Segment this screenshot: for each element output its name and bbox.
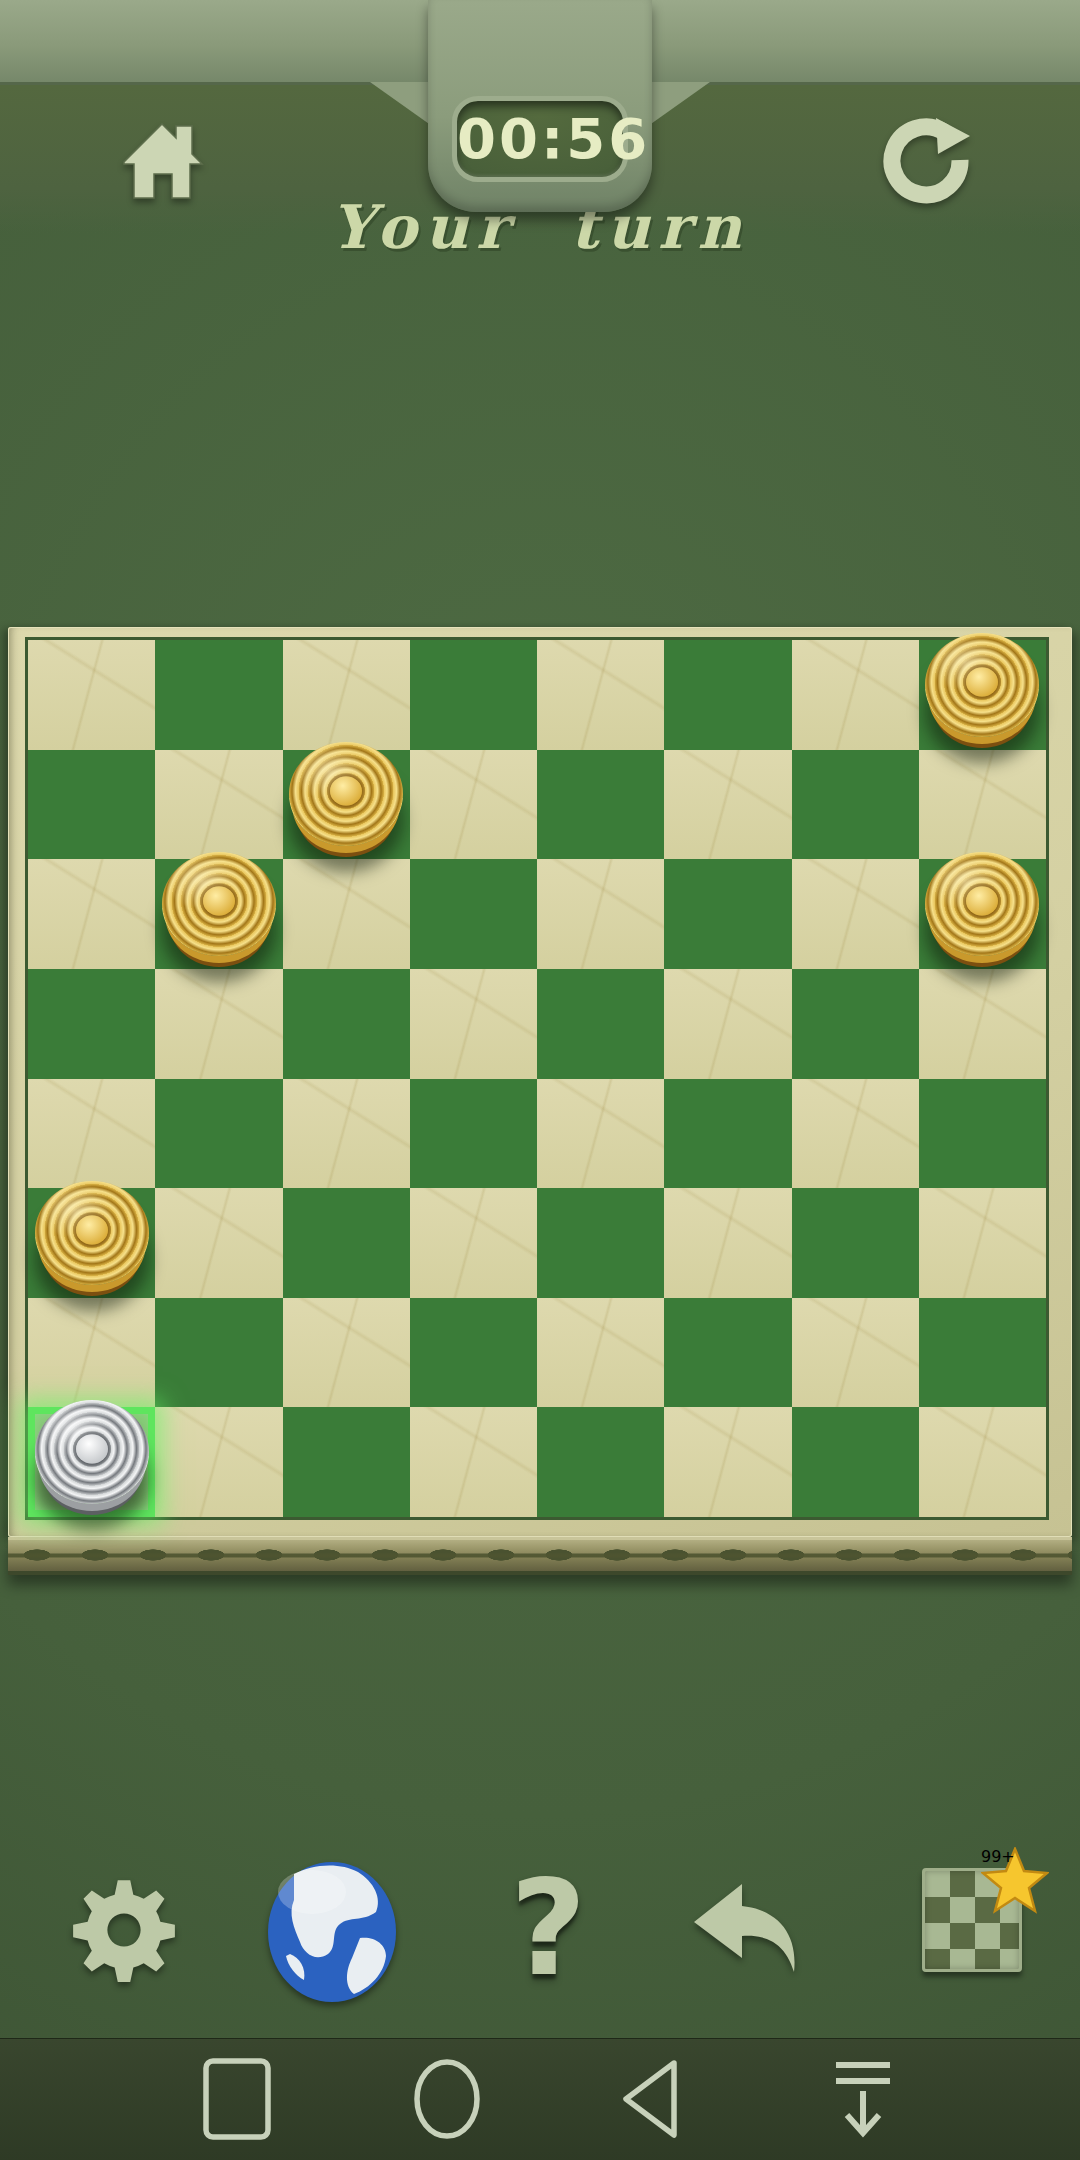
square-7-2[interactable] — [283, 1407, 410, 1517]
home-icon[interactable] — [116, 112, 212, 204]
square-6-5[interactable] — [664, 1298, 791, 1408]
square-0-2[interactable] — [283, 640, 410, 750]
square-5-0[interactable] — [28, 1188, 155, 1298]
square-6-3[interactable] — [410, 1298, 537, 1408]
square-7-6[interactable] — [792, 1407, 919, 1517]
square-2-7[interactable] — [919, 859, 1046, 969]
square-0-4[interactable] — [537, 640, 664, 750]
square-2-6[interactable] — [792, 859, 919, 969]
square-1-4[interactable] — [537, 750, 664, 860]
board-grid — [25, 637, 1049, 1520]
badge-count: 99+ — [981, 1847, 1049, 1915]
square-6-1[interactable] — [155, 1298, 282, 1408]
square-2-5[interactable] — [664, 859, 791, 969]
white-piece[interactable] — [35, 1400, 149, 1504]
square-2-3[interactable] — [410, 859, 537, 969]
square-4-7[interactable] — [919, 1079, 1046, 1189]
square-6-4[interactable] — [537, 1298, 664, 1408]
android-nav-bar — [0, 2038, 1080, 2160]
square-1-2[interactable] — [283, 750, 410, 860]
square-7-0[interactable] — [28, 1407, 155, 1517]
square-7-5[interactable] — [664, 1407, 791, 1517]
square-6-0[interactable] — [28, 1298, 155, 1408]
gold-piece[interactable] — [35, 1181, 149, 1285]
checkers-app-screen: 00:56 Your turn ? 99+ — [0, 0, 1080, 2160]
home-circle-icon[interactable] — [412, 2057, 482, 2141]
game-timer: 00:56 — [452, 96, 628, 182]
square-2-0[interactable] — [28, 859, 155, 969]
hide-navbar-icon[interactable] — [828, 2057, 898, 2141]
square-3-6[interactable] — [792, 969, 919, 1079]
square-5-2[interactable] — [283, 1188, 410, 1298]
square-3-2[interactable] — [283, 969, 410, 1079]
square-0-5[interactable] — [664, 640, 791, 750]
square-7-3[interactable] — [410, 1407, 537, 1517]
square-3-4[interactable] — [537, 969, 664, 1079]
square-4-2[interactable] — [283, 1079, 410, 1189]
square-3-0[interactable] — [28, 969, 155, 1079]
square-3-5[interactable] — [664, 969, 791, 1079]
square-4-3[interactable] — [410, 1079, 537, 1189]
square-5-1[interactable] — [155, 1188, 282, 1298]
square-5-3[interactable] — [410, 1188, 537, 1298]
language-globe-icon[interactable] — [264, 1858, 400, 2006]
checkers-board — [8, 627, 1072, 1537]
board-bottom-trim — [8, 1537, 1072, 1575]
square-0-6[interactable] — [792, 640, 919, 750]
square-2-2[interactable] — [283, 859, 410, 969]
square-4-5[interactable] — [664, 1079, 791, 1189]
gold-piece[interactable] — [162, 852, 276, 956]
square-7-1[interactable] — [155, 1407, 282, 1517]
square-5-6[interactable] — [792, 1188, 919, 1298]
square-7-4[interactable] — [537, 1407, 664, 1517]
gold-piece[interactable] — [925, 633, 1039, 737]
square-3-7[interactable] — [919, 969, 1046, 1079]
help-icon[interactable]: ? — [510, 1862, 587, 1994]
undo-icon[interactable] — [686, 1880, 802, 1980]
square-2-1[interactable] — [155, 859, 282, 969]
square-5-5[interactable] — [664, 1188, 791, 1298]
square-4-1[interactable] — [155, 1079, 282, 1189]
square-1-0[interactable] — [28, 750, 155, 860]
square-2-4[interactable] — [537, 859, 664, 969]
gold-piece[interactable] — [289, 742, 403, 846]
square-4-0[interactable] — [28, 1079, 155, 1189]
square-1-3[interactable] — [410, 750, 537, 860]
square-6-2[interactable] — [283, 1298, 410, 1408]
square-0-3[interactable] — [410, 640, 537, 750]
square-3-3[interactable] — [410, 969, 537, 1079]
square-0-1[interactable] — [155, 640, 282, 750]
back-triangle-icon[interactable] — [614, 2057, 684, 2141]
square-1-1[interactable] — [155, 750, 282, 860]
recents-square-icon[interactable] — [202, 2057, 272, 2141]
square-1-6[interactable] — [792, 750, 919, 860]
square-0-0[interactable] — [28, 640, 155, 750]
square-6-6[interactable] — [792, 1298, 919, 1408]
square-0-7[interactable] — [919, 640, 1046, 750]
settings-gear-icon[interactable] — [70, 1876, 178, 1984]
square-3-1[interactable] — [155, 969, 282, 1079]
square-5-7[interactable] — [919, 1188, 1046, 1298]
square-4-4[interactable] — [537, 1079, 664, 1189]
square-1-5[interactable] — [664, 750, 791, 860]
square-4-6[interactable] — [792, 1079, 919, 1189]
square-5-4[interactable] — [537, 1188, 664, 1298]
square-1-7[interactable] — [919, 750, 1046, 860]
square-7-7[interactable] — [919, 1407, 1046, 1517]
gold-piece[interactable] — [925, 852, 1039, 956]
rewards-board-icon[interactable]: 99+ — [922, 1868, 1022, 1972]
square-6-7[interactable] — [919, 1298, 1046, 1408]
